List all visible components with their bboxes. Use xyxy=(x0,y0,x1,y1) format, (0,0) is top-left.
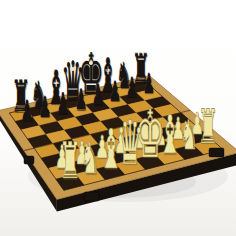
hinge-left xyxy=(24,156,34,164)
latch-front xyxy=(84,192,99,201)
chess-board xyxy=(0,0,236,236)
chess-set-photo: ♜♞♝♛♚♝♞♜♟♟♟♟♟♟♟♟♟♟♟♟♟♟♟♟♜♞♝♛♚♝♞♜ xyxy=(0,0,236,236)
latch-right xyxy=(209,148,224,157)
